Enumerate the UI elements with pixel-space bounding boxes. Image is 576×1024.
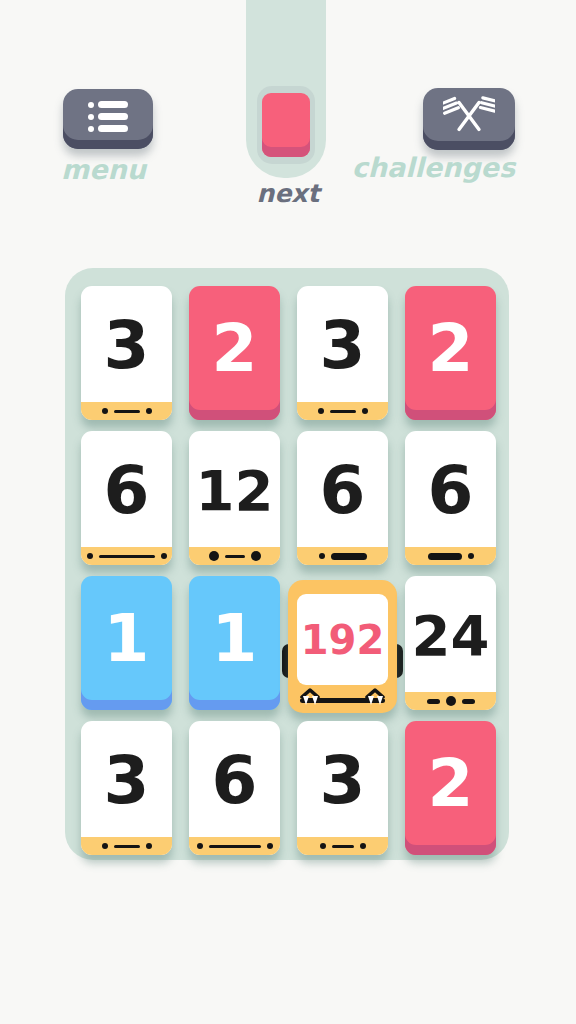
- tile-value: 1: [81, 576, 172, 702]
- face-eye-dot: [318, 408, 324, 414]
- next-card-preview: [262, 93, 310, 157]
- face-eye-bigdot: [251, 551, 261, 561]
- face-mouth-line: [114, 845, 140, 848]
- face-eye-dot: [87, 553, 93, 559]
- face-eye-bigdot: [446, 696, 456, 706]
- menu-button[interactable]: [63, 89, 153, 149]
- tile-value: 2: [189, 286, 280, 412]
- tile-value: 3: [81, 721, 172, 841]
- menu-label: menu: [61, 154, 146, 185]
- tile-value: 192: [297, 594, 388, 685]
- monster-fangs-left: [303, 696, 318, 705]
- card-face-area: 192: [297, 594, 388, 685]
- tile-value: 6: [81, 431, 172, 551]
- tile-value: 2: [405, 286, 496, 412]
- tile-value: 24: [405, 576, 496, 696]
- face-mouth-line: [99, 555, 155, 558]
- game-board[interactable]: 32326126611192243632: [65, 268, 509, 860]
- tile-r4c1-value-3[interactable]: 3: [81, 721, 172, 855]
- tile-r3c1-value-1[interactable]: 1: [81, 576, 172, 710]
- face-eye-dot: [319, 553, 325, 559]
- tile-r3c4-value-24[interactable]: 24: [405, 576, 496, 710]
- face-eye-dot: [267, 843, 273, 849]
- face-eye-dot: [161, 553, 167, 559]
- tile-r4c3-value-3[interactable]: 3: [297, 721, 388, 855]
- tile-r1c2-value-2[interactable]: 2: [189, 286, 280, 420]
- threes-game-screen: next menu challenges: [0, 0, 576, 1024]
- menu-list-icon: [88, 101, 128, 132]
- face-eye-dot: [320, 843, 326, 849]
- card-bottom-face-strip: [297, 547, 388, 565]
- face-eye-dot: [102, 843, 108, 849]
- face-mouth-line: [330, 410, 356, 413]
- monster-fangs-right: [368, 696, 383, 705]
- tile-r2c3-value-6[interactable]: 6: [297, 431, 388, 565]
- face-eye-dot: [146, 843, 152, 849]
- face-eye-dash: [427, 699, 440, 704]
- tile-r3c3-value-192[interactable]: 192: [297, 576, 388, 710]
- monster-card-frame: 192: [288, 580, 397, 713]
- face-eye-dot: [362, 408, 368, 414]
- face-closed-eye: [331, 553, 367, 560]
- tile-r2c4-value-6[interactable]: 6: [405, 431, 496, 565]
- tile-r1c3-value-3[interactable]: 3: [297, 286, 388, 420]
- card-bottom-face-strip: [405, 692, 496, 710]
- tile-r4c2-value-6[interactable]: 6: [189, 721, 280, 855]
- tile-value: 3: [297, 721, 388, 841]
- card-bottom-face-strip: [189, 547, 280, 565]
- tile-r2c1-value-6[interactable]: 6: [81, 431, 172, 565]
- tile-value: 3: [297, 286, 388, 406]
- tile-value: 1: [189, 576, 280, 702]
- face-eye-dot: [468, 553, 474, 559]
- next-card-well: [257, 86, 315, 164]
- tile-grid: 32326126611192243632: [81, 286, 496, 855]
- tile-r4c4-value-2[interactable]: 2: [405, 721, 496, 855]
- monster-eye-right: [364, 688, 386, 705]
- face-mouth-line: [209, 845, 261, 848]
- tile-r1c1-value-3[interactable]: 3: [81, 286, 172, 420]
- challenges-label: challenges: [340, 152, 515, 183]
- card-bottom-face-strip: [297, 402, 388, 420]
- tile-value: 3: [81, 286, 172, 406]
- tile-r1c4-value-2[interactable]: 2: [405, 286, 496, 420]
- tile-r3c2-value-1[interactable]: 1: [189, 576, 280, 710]
- tile-value: 2: [405, 721, 496, 847]
- card-bottom-face-strip: [405, 547, 496, 565]
- card-bottom-face-strip: [297, 837, 388, 855]
- tile-value: 6: [405, 431, 496, 551]
- face-eye-dash: [462, 699, 475, 704]
- card-bottom-face-strip: [81, 402, 172, 420]
- next-card-slot: [246, 0, 326, 178]
- tile-r2c2-value-12[interactable]: 12: [189, 431, 280, 565]
- card-bottom-face-strip: [81, 837, 172, 855]
- face-eye-dot: [197, 843, 203, 849]
- monster-face: [288, 685, 397, 713]
- next-label: next: [226, 179, 350, 208]
- face-eye-dot: [146, 408, 152, 414]
- face-mouth-line: [114, 410, 140, 413]
- crossed-flags-icon: [443, 93, 495, 137]
- tile-value: 6: [297, 431, 388, 551]
- face-closed-eye: [428, 553, 462, 560]
- card-bottom-face-strip: [189, 837, 280, 855]
- tile-value: 12: [189, 431, 280, 551]
- tile-value: 6: [189, 721, 280, 841]
- card-bottom-face-strip: [81, 547, 172, 565]
- face-eye-bigdot: [209, 551, 219, 561]
- face-mouth-line: [225, 555, 245, 558]
- monster-eye-left: [299, 688, 321, 705]
- challenges-button[interactable]: [423, 88, 515, 150]
- face-mouth-line: [332, 845, 354, 848]
- face-eye-dot: [102, 408, 108, 414]
- face-eye-dot: [360, 843, 366, 849]
